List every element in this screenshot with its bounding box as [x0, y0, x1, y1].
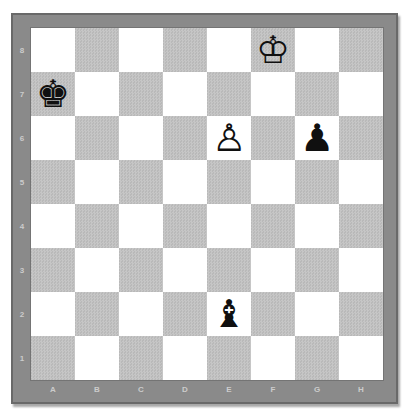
- file-label-g: G: [295, 380, 339, 400]
- square-f2[interactable]: [251, 292, 295, 336]
- square-e6[interactable]: ♙: [207, 116, 251, 160]
- square-g1[interactable]: [295, 336, 339, 380]
- square-h4[interactable]: [339, 204, 383, 248]
- square-f7[interactable]: [251, 72, 295, 116]
- square-a7[interactable]: ♚: [31, 72, 75, 116]
- square-g5[interactable]: [295, 160, 339, 204]
- square-a1[interactable]: [31, 336, 75, 380]
- square-c1[interactable]: [119, 336, 163, 380]
- file-label-e: E: [207, 380, 251, 400]
- square-d5[interactable]: [163, 160, 207, 204]
- white-king-piece[interactable]: ♔: [256, 31, 290, 69]
- square-g3[interactable]: [295, 248, 339, 292]
- square-h5[interactable]: [339, 160, 383, 204]
- square-h8[interactable]: [339, 28, 383, 72]
- white-pawn-piece[interactable]: ♙: [212, 119, 246, 157]
- square-c7[interactable]: [119, 72, 163, 116]
- square-h2[interactable]: [339, 292, 383, 336]
- square-c8[interactable]: [119, 28, 163, 72]
- square-f4[interactable]: [251, 204, 295, 248]
- file-label-h: H: [339, 380, 383, 400]
- square-c2[interactable]: [119, 292, 163, 336]
- square-d7[interactable]: [163, 72, 207, 116]
- square-d8[interactable]: [163, 28, 207, 72]
- square-h1[interactable]: [339, 336, 383, 380]
- square-e5[interactable]: [207, 160, 251, 204]
- square-e7[interactable]: [207, 72, 251, 116]
- rank-label-5: 5: [13, 160, 31, 204]
- black-pawn-piece[interactable]: ♟: [300, 119, 334, 157]
- chessboard: ♔♚♙♟♝: [31, 28, 383, 380]
- black-bishop-piece[interactable]: ♝: [212, 295, 246, 333]
- square-d2[interactable]: [163, 292, 207, 336]
- frame-corner-spacer: [13, 380, 31, 400]
- square-a5[interactable]: [31, 160, 75, 204]
- square-b3[interactable]: [75, 248, 119, 292]
- square-f5[interactable]: [251, 160, 295, 204]
- file-labels: ABCDEFGH: [31, 380, 383, 400]
- square-g4[interactable]: [295, 204, 339, 248]
- square-g7[interactable]: [295, 72, 339, 116]
- square-d6[interactable]: [163, 116, 207, 160]
- square-g6[interactable]: ♟: [295, 116, 339, 160]
- square-g2[interactable]: [295, 292, 339, 336]
- square-b5[interactable]: [75, 160, 119, 204]
- square-g8[interactable]: [295, 28, 339, 72]
- square-e4[interactable]: [207, 204, 251, 248]
- rank-label-3: 3: [13, 248, 31, 292]
- rank-labels: 87654321: [13, 28, 31, 380]
- square-b1[interactable]: [75, 336, 119, 380]
- square-b6[interactable]: [75, 116, 119, 160]
- square-a8[interactable]: [31, 28, 75, 72]
- square-b4[interactable]: [75, 204, 119, 248]
- black-king-piece[interactable]: ♚: [36, 75, 70, 113]
- rank-label-8: 8: [13, 28, 31, 72]
- file-label-c: C: [119, 380, 163, 400]
- square-e8[interactable]: [207, 28, 251, 72]
- square-c6[interactable]: [119, 116, 163, 160]
- square-c5[interactable]: [119, 160, 163, 204]
- rank-label-1: 1: [13, 336, 31, 380]
- square-f6[interactable]: [251, 116, 295, 160]
- square-a2[interactable]: [31, 292, 75, 336]
- rank-label-6: 6: [13, 116, 31, 160]
- square-c3[interactable]: [119, 248, 163, 292]
- file-label-f: F: [251, 380, 295, 400]
- square-h6[interactable]: [339, 116, 383, 160]
- square-d3[interactable]: [163, 248, 207, 292]
- square-a4[interactable]: [31, 204, 75, 248]
- square-b7[interactable]: [75, 72, 119, 116]
- rank-label-2: 2: [13, 292, 31, 336]
- rank-label-4: 4: [13, 204, 31, 248]
- square-b8[interactable]: [75, 28, 119, 72]
- square-e1[interactable]: [207, 336, 251, 380]
- chess-diagram: 87654321 ♔♚♙♟♝ ABCDEFGH: [0, 0, 414, 404]
- square-h3[interactable]: [339, 248, 383, 292]
- rank-label-7: 7: [13, 72, 31, 116]
- square-f3[interactable]: [251, 248, 295, 292]
- square-e3[interactable]: [207, 248, 251, 292]
- file-label-b: B: [75, 380, 119, 400]
- square-d1[interactable]: [163, 336, 207, 380]
- chessboard-frame: 87654321 ♔♚♙♟♝ ABCDEFGH: [11, 13, 398, 404]
- square-f8[interactable]: ♔: [251, 28, 295, 72]
- square-a6[interactable]: [31, 116, 75, 160]
- square-f1[interactable]: [251, 336, 295, 380]
- file-label-a: A: [31, 380, 75, 400]
- square-b2[interactable]: [75, 292, 119, 336]
- square-c4[interactable]: [119, 204, 163, 248]
- square-e2[interactable]: ♝: [207, 292, 251, 336]
- file-label-d: D: [163, 380, 207, 400]
- square-d4[interactable]: [163, 204, 207, 248]
- square-h7[interactable]: [339, 72, 383, 116]
- square-a3[interactable]: [31, 248, 75, 292]
